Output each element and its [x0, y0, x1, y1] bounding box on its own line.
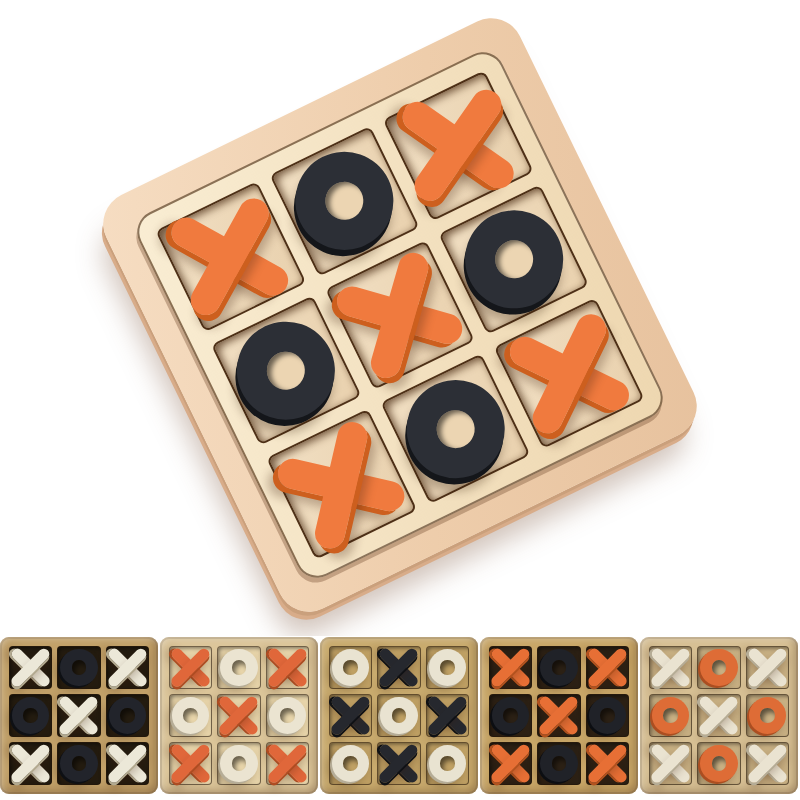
cell-r2c3[interactable]: [106, 694, 149, 737]
cell-r2c1[interactable]: [489, 694, 532, 737]
main-tic-tac-toe-board: [92, 7, 707, 622]
piece-x[interactable]: [491, 648, 531, 687]
piece-x[interactable]: [171, 744, 211, 783]
cell-r1c1[interactable]: [329, 646, 372, 689]
piece-o[interactable]: [492, 697, 529, 734]
product-photo-page: [0, 0, 800, 800]
cell-r3c1[interactable]: [489, 742, 532, 785]
piece-o[interactable]: [700, 649, 737, 686]
cell-r1c1[interactable]: [169, 646, 212, 689]
cell-r3c3[interactable]: [426, 742, 469, 785]
piece-o[interactable]: [220, 745, 257, 782]
cell-r2c2[interactable]: [537, 694, 580, 737]
cell-r1c3[interactable]: [426, 646, 469, 689]
piece-x[interactable]: [651, 744, 691, 783]
cell-r1c3[interactable]: [266, 646, 309, 689]
thumbnail-board-5[interactable]: [640, 637, 798, 794]
piece-o[interactable]: [279, 136, 410, 267]
cell-r2c3[interactable]: [586, 694, 629, 737]
cell-r3c3[interactable]: [586, 742, 629, 785]
piece-x[interactable]: [587, 648, 627, 687]
piece-x[interactable]: [171, 648, 211, 687]
cell-r3c2[interactable]: [377, 742, 420, 785]
piece-x[interactable]: [379, 744, 419, 783]
cell-r2c2[interactable]: [57, 694, 100, 737]
cell-r2c1[interactable]: [649, 694, 692, 737]
piece-x[interactable]: [219, 696, 259, 735]
piece-x[interactable]: [747, 648, 787, 687]
cell-r2c3[interactable]: [266, 694, 309, 737]
piece-o[interactable]: [172, 697, 209, 734]
piece-x[interactable]: [107, 744, 147, 783]
cell-r1c2[interactable]: [697, 646, 740, 689]
cell-r1c2[interactable]: [57, 646, 100, 689]
cell-r3c2[interactable]: [57, 742, 100, 785]
cell-r1c3[interactable]: [746, 646, 789, 689]
piece-o[interactable]: [332, 649, 369, 686]
piece-x[interactable]: [747, 744, 787, 783]
piece-o[interactable]: [109, 697, 146, 734]
piece-o[interactable]: [390, 363, 521, 494]
piece-o[interactable]: [332, 745, 369, 782]
piece-x[interactable]: [651, 648, 691, 687]
cell-r1c1[interactable]: [489, 646, 532, 689]
piece-o[interactable]: [700, 745, 737, 782]
piece-o[interactable]: [429, 649, 466, 686]
cell-r1c3[interactable]: [586, 646, 629, 689]
thumbnail-board-2[interactable]: [160, 637, 318, 794]
piece-o[interactable]: [652, 697, 689, 734]
piece-x[interactable]: [107, 648, 147, 687]
cell-r1c1[interactable]: [649, 646, 692, 689]
piece-x[interactable]: [166, 192, 295, 321]
piece-x[interactable]: [59, 696, 99, 735]
piece-o[interactable]: [540, 649, 577, 686]
main-photo: [0, 0, 800, 636]
cell-r3c2[interactable]: [537, 742, 580, 785]
piece-x[interactable]: [331, 696, 371, 735]
piece-x[interactable]: [699, 696, 739, 735]
cell-r2c2[interactable]: [377, 694, 420, 737]
piece-o[interactable]: [589, 697, 626, 734]
piece-x[interactable]: [503, 307, 636, 440]
cell-r1c2[interactable]: [537, 646, 580, 689]
piece-o[interactable]: [540, 745, 577, 782]
piece-x[interactable]: [267, 648, 307, 687]
piece-o[interactable]: [380, 697, 417, 734]
cell-r3c3[interactable]: [266, 742, 309, 785]
piece-o[interactable]: [749, 697, 786, 734]
cell-r2c1[interactable]: [169, 694, 212, 737]
piece-o[interactable]: [12, 697, 49, 734]
piece-o[interactable]: [60, 745, 97, 782]
piece-x[interactable]: [11, 744, 51, 783]
piece-o[interactable]: [429, 745, 466, 782]
cell-r3c1[interactable]: [649, 742, 692, 785]
cell-r3c1[interactable]: [329, 742, 372, 785]
piece-x[interactable]: [427, 696, 467, 735]
cell-r2c1[interactable]: [329, 694, 372, 737]
cell-r3c3[interactable]: [746, 742, 789, 785]
thumbnail-board-3[interactable]: [320, 637, 478, 794]
piece-x[interactable]: [539, 696, 579, 735]
cell-r2c3[interactable]: [746, 694, 789, 737]
cell-r1c2[interactable]: [217, 646, 260, 689]
cell-r1c2[interactable]: [377, 646, 420, 689]
cell-r3c2[interactable]: [217, 742, 260, 785]
piece-x[interactable]: [587, 744, 627, 783]
thumbnail-board-1[interactable]: [0, 637, 158, 794]
piece-x[interactable]: [267, 744, 307, 783]
piece-o[interactable]: [220, 649, 257, 686]
cell-r3c2[interactable]: [697, 742, 740, 785]
piece-x[interactable]: [270, 413, 414, 557]
piece-o[interactable]: [221, 305, 352, 436]
board-grid-frame: [130, 45, 670, 585]
piece-x[interactable]: [491, 744, 531, 783]
piece-x[interactable]: [398, 85, 519, 206]
piece-x[interactable]: [11, 648, 51, 687]
cell-r3c1[interactable]: [9, 742, 52, 785]
piece-x[interactable]: [379, 648, 419, 687]
cell-r3c1[interactable]: [169, 742, 212, 785]
piece-x[interactable]: [329, 244, 471, 386]
cell-r2c2[interactable]: [697, 694, 740, 737]
piece-o[interactable]: [269, 697, 306, 734]
cell-r3c3[interactable]: [106, 742, 149, 785]
cell-r2c2[interactable]: [217, 694, 260, 737]
cell-r2c3[interactable]: [426, 694, 469, 737]
cell-r1c1[interactable]: [9, 646, 52, 689]
thumbnail-strip: [0, 637, 800, 797]
cell-r1c3[interactable]: [106, 646, 149, 689]
piece-o[interactable]: [60, 649, 97, 686]
thumbnail-board-4[interactable]: [480, 637, 638, 794]
cell-r2c1[interactable]: [9, 694, 52, 737]
piece-o[interactable]: [448, 194, 579, 325]
